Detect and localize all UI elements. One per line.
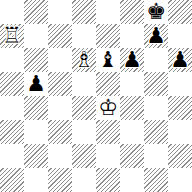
square-a4[interactable]	[0, 96, 24, 120]
square-a6[interactable]	[0, 48, 24, 72]
square-f5[interactable]	[120, 72, 144, 96]
piece-black-pawn[interactable]: ♟	[26, 72, 46, 96]
square-g8[interactable]: ♚	[144, 0, 168, 24]
square-e4[interactable]: ♔	[96, 96, 120, 120]
piece-black-pawn[interactable]: ♟	[146, 24, 166, 48]
square-c8[interactable]	[48, 0, 72, 24]
square-e5[interactable]	[96, 72, 120, 96]
piece-black-pawn[interactable]: ♟	[122, 48, 142, 72]
square-h1[interactable]	[168, 168, 192, 192]
square-d4[interactable]	[72, 96, 96, 120]
square-e7[interactable]	[96, 24, 120, 48]
square-e3[interactable]	[96, 120, 120, 144]
square-a5[interactable]	[0, 72, 24, 96]
square-h4[interactable]	[168, 96, 192, 120]
square-g3[interactable]	[144, 120, 168, 144]
square-b6[interactable]	[24, 48, 48, 72]
square-d6[interactable]: ♗	[72, 48, 96, 72]
square-h2[interactable]	[168, 144, 192, 168]
square-g1[interactable]	[144, 168, 168, 192]
square-h7[interactable]	[168, 24, 192, 48]
piece-black-pawn[interactable]: ♟	[170, 48, 190, 72]
piece-white-rook[interactable]: ♖	[2, 24, 22, 48]
square-c4[interactable]	[48, 96, 72, 120]
square-d2[interactable]	[72, 144, 96, 168]
square-h6[interactable]: ♟	[168, 48, 192, 72]
square-h5[interactable]	[168, 72, 192, 96]
square-a1[interactable]	[0, 168, 24, 192]
square-e8[interactable]	[96, 0, 120, 24]
square-d5[interactable]	[72, 72, 96, 96]
square-a8[interactable]	[0, 0, 24, 24]
square-a7[interactable]: ♖	[0, 24, 24, 48]
square-b4[interactable]	[24, 96, 48, 120]
piece-white-king[interactable]: ♔	[98, 96, 118, 120]
square-g5[interactable]	[144, 72, 168, 96]
square-f4[interactable]	[120, 96, 144, 120]
square-e6[interactable]: ♝	[96, 48, 120, 72]
square-c3[interactable]	[48, 120, 72, 144]
square-b8[interactable]	[24, 0, 48, 24]
square-c7[interactable]	[48, 24, 72, 48]
square-e1[interactable]	[96, 168, 120, 192]
square-c2[interactable]	[48, 144, 72, 168]
square-a2[interactable]	[0, 144, 24, 168]
square-a3[interactable]	[0, 120, 24, 144]
square-b2[interactable]	[24, 144, 48, 168]
square-c1[interactable]	[48, 168, 72, 192]
square-f1[interactable]	[120, 168, 144, 192]
square-f7[interactable]	[120, 24, 144, 48]
chess-board: ♚♖♟♗♝♟♟♟♔	[0, 0, 192, 192]
piece-black-king[interactable]: ♚	[146, 0, 166, 24]
square-d7[interactable]	[72, 24, 96, 48]
piece-black-bishop[interactable]: ♝	[98, 48, 118, 72]
square-d1[interactable]	[72, 168, 96, 192]
square-g4[interactable]	[144, 96, 168, 120]
square-b5[interactable]: ♟	[24, 72, 48, 96]
square-c6[interactable]	[48, 48, 72, 72]
square-g7[interactable]: ♟	[144, 24, 168, 48]
square-g2[interactable]	[144, 144, 168, 168]
square-b3[interactable]	[24, 120, 48, 144]
square-f8[interactable]	[120, 0, 144, 24]
square-d3[interactable]	[72, 120, 96, 144]
square-b7[interactable]	[24, 24, 48, 48]
square-f2[interactable]	[120, 144, 144, 168]
square-h8[interactable]	[168, 0, 192, 24]
square-c5[interactable]	[48, 72, 72, 96]
square-h3[interactable]	[168, 120, 192, 144]
square-f3[interactable]	[120, 120, 144, 144]
square-d8[interactable]	[72, 0, 96, 24]
square-e2[interactable]	[96, 144, 120, 168]
square-f6[interactable]: ♟	[120, 48, 144, 72]
square-g6[interactable]	[144, 48, 168, 72]
piece-white-bishop[interactable]: ♗	[74, 48, 94, 72]
square-b1[interactable]	[24, 168, 48, 192]
